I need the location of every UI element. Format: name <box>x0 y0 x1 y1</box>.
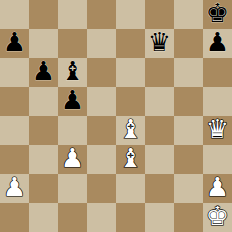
black-pawn[interactable]: ♟ <box>3 28 26 57</box>
square-g3[interactable] <box>174 145 203 174</box>
white-bishop[interactable]: ♝ <box>119 115 142 144</box>
square-a6[interactable] <box>0 58 29 87</box>
square-a7[interactable]: ♟ <box>0 29 29 58</box>
square-b1[interactable] <box>29 203 58 232</box>
square-d5[interactable] <box>87 87 116 116</box>
square-e2[interactable] <box>116 174 145 203</box>
square-e3[interactable]: ♝ <box>116 145 145 174</box>
square-c7[interactable] <box>58 29 87 58</box>
square-f6[interactable] <box>145 58 174 87</box>
square-a3[interactable] <box>0 145 29 174</box>
square-d4[interactable] <box>87 116 116 145</box>
square-h1[interactable]: ♚ <box>203 203 232 232</box>
square-c2[interactable] <box>58 174 87 203</box>
square-e8[interactable] <box>116 0 145 29</box>
square-a4[interactable] <box>0 116 29 145</box>
square-e4[interactable]: ♝ <box>116 116 145 145</box>
square-g2[interactable] <box>174 174 203 203</box>
square-c8[interactable] <box>58 0 87 29</box>
black-pawn[interactable]: ♟ <box>32 57 55 86</box>
square-b5[interactable] <box>29 87 58 116</box>
square-f3[interactable] <box>145 145 174 174</box>
square-d1[interactable] <box>87 203 116 232</box>
square-c6[interactable]: ♝ <box>58 58 87 87</box>
black-bishop[interactable]: ♝ <box>61 57 84 86</box>
white-bishop[interactable]: ♝ <box>119 144 142 173</box>
square-e1[interactable] <box>116 203 145 232</box>
white-king[interactable]: ♚ <box>206 202 229 231</box>
black-pawn[interactable]: ♟ <box>61 86 84 115</box>
black-king[interactable]: ♚ <box>206 0 229 28</box>
square-b4[interactable] <box>29 116 58 145</box>
square-h3[interactable] <box>203 145 232 174</box>
square-g5[interactable] <box>174 87 203 116</box>
black-queen[interactable]: ♛ <box>148 28 171 57</box>
square-c4[interactable] <box>58 116 87 145</box>
square-g4[interactable] <box>174 116 203 145</box>
square-a5[interactable] <box>0 87 29 116</box>
square-e6[interactable] <box>116 58 145 87</box>
square-b7[interactable] <box>29 29 58 58</box>
white-pawn[interactable]: ♟ <box>206 173 229 202</box>
square-f2[interactable] <box>145 174 174 203</box>
black-pawn[interactable]: ♟ <box>206 28 229 57</box>
square-f8[interactable] <box>145 0 174 29</box>
square-d8[interactable] <box>87 0 116 29</box>
square-f5[interactable] <box>145 87 174 116</box>
chess-board-container: ♚♟♛♟♟♝♟♝♛♟♝♟♟♚ <box>0 0 232 232</box>
square-h4[interactable]: ♛ <box>203 116 232 145</box>
square-g1[interactable] <box>174 203 203 232</box>
square-e7[interactable] <box>116 29 145 58</box>
square-a1[interactable] <box>0 203 29 232</box>
square-d7[interactable] <box>87 29 116 58</box>
square-h6[interactable] <box>203 58 232 87</box>
square-b3[interactable] <box>29 145 58 174</box>
square-f1[interactable] <box>145 203 174 232</box>
square-a2[interactable]: ♟ <box>0 174 29 203</box>
square-b6[interactable]: ♟ <box>29 58 58 87</box>
square-h7[interactable]: ♟ <box>203 29 232 58</box>
square-b2[interactable] <box>29 174 58 203</box>
white-queen[interactable]: ♛ <box>206 115 229 144</box>
square-d2[interactable] <box>87 174 116 203</box>
square-c3[interactable]: ♟ <box>58 145 87 174</box>
square-c1[interactable] <box>58 203 87 232</box>
square-c5[interactable]: ♟ <box>58 87 87 116</box>
square-h2[interactable]: ♟ <box>203 174 232 203</box>
square-a8[interactable] <box>0 0 29 29</box>
square-f7[interactable]: ♛ <box>145 29 174 58</box>
square-b8[interactable] <box>29 0 58 29</box>
square-d6[interactable] <box>87 58 116 87</box>
white-pawn[interactable]: ♟ <box>3 173 26 202</box>
chess-board: ♚♟♛♟♟♝♟♝♛♟♝♟♟♚ <box>0 0 232 232</box>
square-g8[interactable] <box>174 0 203 29</box>
square-f4[interactable] <box>145 116 174 145</box>
square-e5[interactable] <box>116 87 145 116</box>
square-g6[interactable] <box>174 58 203 87</box>
square-d3[interactable] <box>87 145 116 174</box>
white-pawn[interactable]: ♟ <box>61 144 84 173</box>
square-h5[interactable] <box>203 87 232 116</box>
square-g7[interactable] <box>174 29 203 58</box>
square-h8[interactable]: ♚ <box>203 0 232 29</box>
